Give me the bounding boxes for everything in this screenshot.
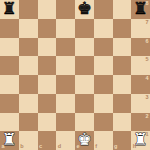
square-b5[interactable] [19,56,38,75]
square-a8[interactable]: ♜ [0,0,19,19]
square-c6[interactable] [38,38,57,57]
square-f4[interactable] [94,75,113,94]
square-e7[interactable] [75,19,94,38]
square-h4[interactable]: 4 [131,75,150,94]
piece-white-king-icon[interactable]: ♚ [75,131,94,149]
square-c5[interactable] [38,56,57,75]
square-d1[interactable]: d [56,131,75,150]
square-e5[interactable] [75,56,94,75]
square-e1[interactable]: e♚ [75,131,94,150]
coord-file-c: c [39,144,42,150]
square-h2[interactable]: 2 [131,113,150,132]
chess-board-wrap: ♜♚8♜765432a♜bcde♚fg1h♜ [0,0,150,150]
square-b1[interactable]: b [19,131,38,150]
square-h1[interactable]: 1h♜ [131,131,150,150]
square-a6[interactable] [0,38,19,57]
square-f6[interactable] [94,38,113,57]
square-a3[interactable] [0,94,19,113]
square-d4[interactable] [56,75,75,94]
square-f5[interactable] [94,56,113,75]
square-c1[interactable]: c [38,131,57,150]
piece-white-rook-icon[interactable]: ♜ [131,131,150,149]
square-a2[interactable] [0,113,19,132]
square-e6[interactable] [75,38,94,57]
square-c7[interactable] [38,19,57,38]
square-d7[interactable] [56,19,75,38]
square-h7[interactable]: 7 [131,19,150,38]
square-e2[interactable] [75,113,94,132]
square-h5[interactable]: 5 [131,56,150,75]
coord-file-d: d [58,144,61,150]
square-e3[interactable] [75,94,94,113]
square-d3[interactable] [56,94,75,113]
square-f3[interactable] [94,94,113,113]
square-b8[interactable] [19,0,38,19]
coord-rank-4: 4 [145,76,148,82]
square-d6[interactable] [56,38,75,57]
coord-file-g: g [114,144,117,150]
square-b3[interactable] [19,94,38,113]
coord-rank-5: 5 [145,57,148,63]
square-a1[interactable]: a♜ [0,131,19,150]
square-e8[interactable]: ♚ [75,0,94,19]
square-h3[interactable]: 3 [131,94,150,113]
square-f8[interactable] [94,0,113,19]
square-h6[interactable]: 6 [131,38,150,57]
square-b2[interactable] [19,113,38,132]
square-g7[interactable] [113,19,132,38]
square-g4[interactable] [113,75,132,94]
square-a4[interactable] [0,75,19,94]
square-g6[interactable] [113,38,132,57]
square-c3[interactable] [38,94,57,113]
coord-file-b: b [20,144,23,150]
square-d8[interactable] [56,0,75,19]
chess-board: ♜♚8♜765432a♜bcde♚fg1h♜ [0,0,150,150]
square-f7[interactable] [94,19,113,38]
square-c8[interactable] [38,0,57,19]
square-f2[interactable] [94,113,113,132]
square-c4[interactable] [38,75,57,94]
coord-rank-7: 7 [145,20,148,26]
coord-rank-2: 2 [145,114,148,120]
square-a5[interactable] [0,56,19,75]
coord-file-f: f [95,144,97,150]
square-b4[interactable] [19,75,38,94]
coord-rank-6: 6 [145,39,148,45]
square-g1[interactable]: g [113,131,132,150]
square-g8[interactable] [113,0,132,19]
square-a7[interactable] [0,19,19,38]
piece-black-rook-icon[interactable]: ♜ [0,0,19,18]
square-b6[interactable] [19,38,38,57]
square-d2[interactable] [56,113,75,132]
square-g5[interactable] [113,56,132,75]
square-g2[interactable] [113,113,132,132]
square-d5[interactable] [56,56,75,75]
square-f1[interactable]: f [94,131,113,150]
square-h8[interactable]: 8♜ [131,0,150,19]
piece-white-rook-icon[interactable]: ♜ [0,131,19,149]
coord-rank-3: 3 [145,95,148,101]
piece-black-rook-icon[interactable]: ♜ [131,0,150,18]
square-e4[interactable] [75,75,94,94]
square-c2[interactable] [38,113,57,132]
piece-black-king-icon[interactable]: ♚ [75,0,94,18]
square-g3[interactable] [113,94,132,113]
square-b7[interactable] [19,19,38,38]
